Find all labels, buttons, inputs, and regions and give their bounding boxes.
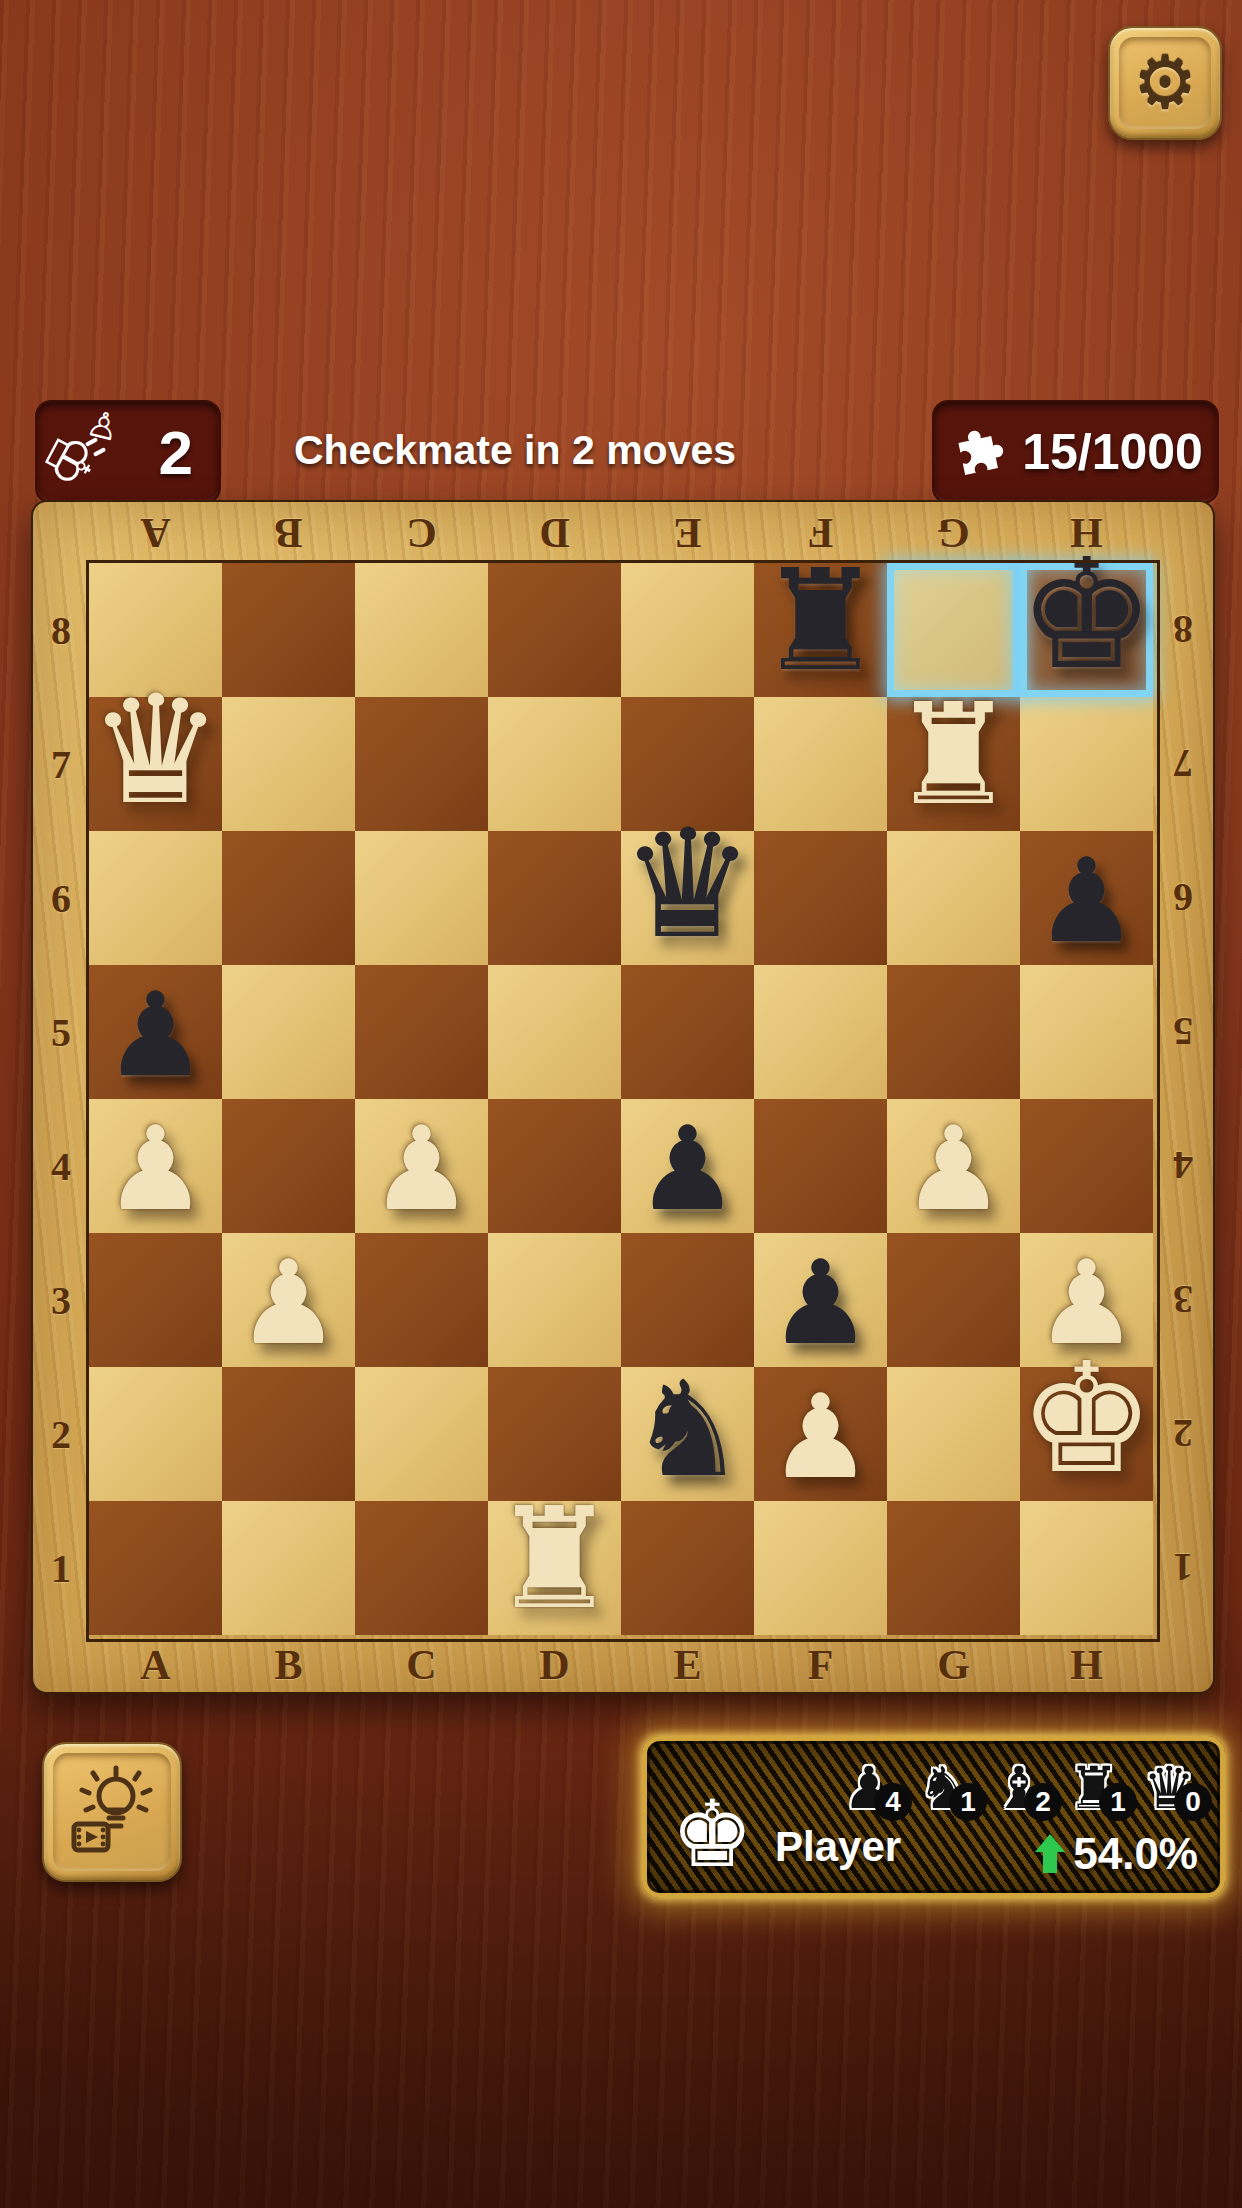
- puzzle-title: Checkmate in 2 moves: [170, 400, 860, 500]
- square-g5[interactable]: [887, 965, 1020, 1099]
- square-d1[interactable]: [488, 1501, 621, 1635]
- square-h4[interactable]: [1020, 1099, 1153, 1233]
- square-a7[interactable]: [89, 697, 222, 831]
- square-f5[interactable]: [754, 965, 887, 1099]
- rank-label-left-4: 4: [35, 1099, 87, 1233]
- captured-rook-count: 1: [1099, 1783, 1137, 1821]
- square-b5[interactable]: [222, 965, 355, 1099]
- hint-button[interactable]: [42, 1742, 182, 1882]
- square-b8[interactable]: [222, 563, 355, 697]
- file-label-top-F: F: [754, 504, 887, 562]
- lightbulb-icon: [60, 1760, 164, 1864]
- file-label-bottom-E: E: [621, 1636, 754, 1694]
- captured-pieces-row: ♟4♞1♝2♜1♛0: [838, 1751, 1200, 1817]
- square-a5[interactable]: [89, 965, 222, 1099]
- captured-pawn-count: 4: [874, 1783, 912, 1821]
- square-b4[interactable]: [222, 1099, 355, 1233]
- square-a8[interactable]: [89, 563, 222, 697]
- square-d8[interactable]: [488, 563, 621, 697]
- win-chance-value: 54.0%: [1073, 1829, 1198, 1879]
- last-move-highlight-h8: [1020, 563, 1153, 697]
- chess-puzzle-screen: { "game": "chess", "position": { "fen": …: [0, 0, 1242, 2208]
- square-d5[interactable]: [488, 965, 621, 1099]
- square-g4[interactable]: [887, 1099, 1020, 1233]
- square-h2[interactable]: [1020, 1367, 1153, 1501]
- square-f3[interactable]: [754, 1233, 887, 1367]
- rank-label-right-8: 8: [1157, 563, 1209, 697]
- rank-label-left-2: 2: [35, 1367, 87, 1501]
- rank-label-left-1: 1: [35, 1501, 87, 1635]
- captured-pawn: ♟4: [838, 1751, 900, 1817]
- square-a4[interactable]: [89, 1099, 222, 1233]
- file-label-top-H: H: [1020, 504, 1153, 562]
- win-chance: 54.0%: [1035, 1829, 1198, 1879]
- file-label-top-E: E: [621, 504, 754, 562]
- rank-label-right-2: 2: [1157, 1367, 1209, 1501]
- square-g2[interactable]: [887, 1367, 1020, 1501]
- square-f1[interactable]: [754, 1501, 887, 1635]
- rank-label-left-5: 5: [35, 965, 87, 1099]
- square-f6[interactable]: [754, 831, 887, 965]
- player-avatar-king-icon: ♚: [671, 1789, 753, 1881]
- square-h6[interactable]: [1020, 831, 1153, 965]
- puzzle-progress-badge: 15/1000: [932, 400, 1219, 504]
- square-g1[interactable]: [887, 1501, 1020, 1635]
- file-label-bottom-C: C: [355, 1636, 488, 1694]
- square-a1[interactable]: [89, 1501, 222, 1635]
- puzzle-piece-icon: [948, 423, 1006, 481]
- gear-icon: ⚙: [1133, 41, 1198, 125]
- square-d4[interactable]: [488, 1099, 621, 1233]
- square-e3[interactable]: [621, 1233, 754, 1367]
- square-c4[interactable]: [355, 1099, 488, 1233]
- checkmate-icon: ♔ ♙: [37, 404, 133, 500]
- square-a6[interactable]: [89, 831, 222, 965]
- file-label-bottom-B: B: [222, 1636, 355, 1694]
- square-g7[interactable]: [887, 697, 1020, 831]
- square-e5[interactable]: [621, 965, 754, 1099]
- square-c1[interactable]: [355, 1501, 488, 1635]
- square-h3[interactable]: [1020, 1233, 1153, 1367]
- file-label-top-D: D: [488, 504, 621, 562]
- square-b1[interactable]: [222, 1501, 355, 1635]
- rank-label-right-4: 4: [1157, 1099, 1209, 1233]
- square-g3[interactable]: [887, 1233, 1020, 1367]
- square-f4[interactable]: [754, 1099, 887, 1233]
- square-e1[interactable]: [621, 1501, 754, 1635]
- square-b2[interactable]: [222, 1367, 355, 1501]
- captured-rook: ♜1: [1063, 1751, 1125, 1817]
- rank-label-left-6: 6: [35, 831, 87, 965]
- file-label-top-B: B: [222, 504, 355, 562]
- file-label-bottom-A: A: [89, 1636, 222, 1694]
- square-c7[interactable]: [355, 697, 488, 831]
- rank-label-right-3: 3: [1157, 1233, 1209, 1367]
- square-d7[interactable]: [488, 697, 621, 831]
- square-b6[interactable]: [222, 831, 355, 965]
- square-f7[interactable]: [754, 697, 887, 831]
- chess-board: ♜♚♛♜♛♟♟♟♟♟♟♟♟♟♞♟♚♜ ABCDEFGHABCDEFGH87654…: [31, 500, 1215, 1694]
- video-clip-icon: [74, 1824, 108, 1850]
- square-b3[interactable]: [222, 1233, 355, 1367]
- rank-label-right-7: 7: [1157, 697, 1209, 831]
- file-label-bottom-H: H: [1020, 1636, 1153, 1694]
- settings-button[interactable]: ⚙: [1108, 26, 1222, 140]
- square-f2[interactable]: [754, 1367, 887, 1501]
- square-e8[interactable]: [621, 563, 754, 697]
- square-e2[interactable]: [621, 1367, 754, 1501]
- square-c2[interactable]: [355, 1367, 488, 1501]
- square-h1[interactable]: [1020, 1501, 1153, 1635]
- captured-knight: ♞1: [913, 1751, 975, 1817]
- square-f8[interactable]: [754, 563, 887, 697]
- rank-label-left-7: 7: [35, 697, 87, 831]
- captured-knight-count: 1: [949, 1783, 987, 1821]
- file-label-top-A: A: [89, 504, 222, 562]
- square-e7[interactable]: [621, 697, 754, 831]
- captured-queen: ♛0: [1138, 1751, 1200, 1817]
- file-label-top-C: C: [355, 504, 488, 562]
- file-label-top-G: G: [887, 504, 1020, 562]
- rank-label-right-5: 5: [1157, 965, 1209, 1099]
- hint-button-face: [53, 1753, 171, 1871]
- settings-button-face: ⚙: [1119, 37, 1211, 129]
- captured-bishop-count: 2: [1024, 1783, 1062, 1821]
- rank-label-left-8: 8: [35, 563, 87, 697]
- file-label-bottom-D: D: [488, 1636, 621, 1694]
- square-c6[interactable]: [355, 831, 488, 965]
- captured-bishop: ♝2: [988, 1751, 1050, 1817]
- square-g6[interactable]: [887, 831, 1020, 965]
- square-b7[interactable]: [222, 697, 355, 831]
- rank-label-left-3: 3: [35, 1233, 87, 1367]
- player-name: Player: [775, 1823, 901, 1871]
- file-label-bottom-G: G: [887, 1636, 1020, 1694]
- file-label-bottom-F: F: [754, 1636, 887, 1694]
- last-move-highlight-g8: [887, 563, 1020, 697]
- square-c8[interactable]: [355, 563, 488, 697]
- square-e6[interactable]: [621, 831, 754, 965]
- square-h5[interactable]: [1020, 965, 1153, 1099]
- square-d2[interactable]: [488, 1367, 621, 1501]
- puzzle-progress-value: 15/1000: [1022, 423, 1203, 481]
- square-d3[interactable]: [488, 1233, 621, 1367]
- square-a2[interactable]: [89, 1367, 222, 1501]
- rank-label-right-6: 6: [1157, 831, 1209, 965]
- player-panel: ♚ Player ♟4♞1♝2♜1♛0 54.0%: [642, 1736, 1225, 1898]
- square-e4[interactable]: [621, 1099, 754, 1233]
- square-c3[interactable]: [355, 1233, 488, 1367]
- captured-queen-count: 0: [1174, 1783, 1212, 1821]
- trend-up-arrow-icon: [1035, 1834, 1065, 1874]
- square-c5[interactable]: [355, 965, 488, 1099]
- rank-label-right-1: 1: [1157, 1501, 1209, 1635]
- board-squares: ♜♚♛♜♛♟♟♟♟♟♟♟♟♟♞♟♚♜: [89, 563, 1153, 1635]
- square-h7[interactable]: [1020, 697, 1153, 831]
- square-a3[interactable]: [89, 1233, 222, 1367]
- square-d6[interactable]: [488, 831, 621, 965]
